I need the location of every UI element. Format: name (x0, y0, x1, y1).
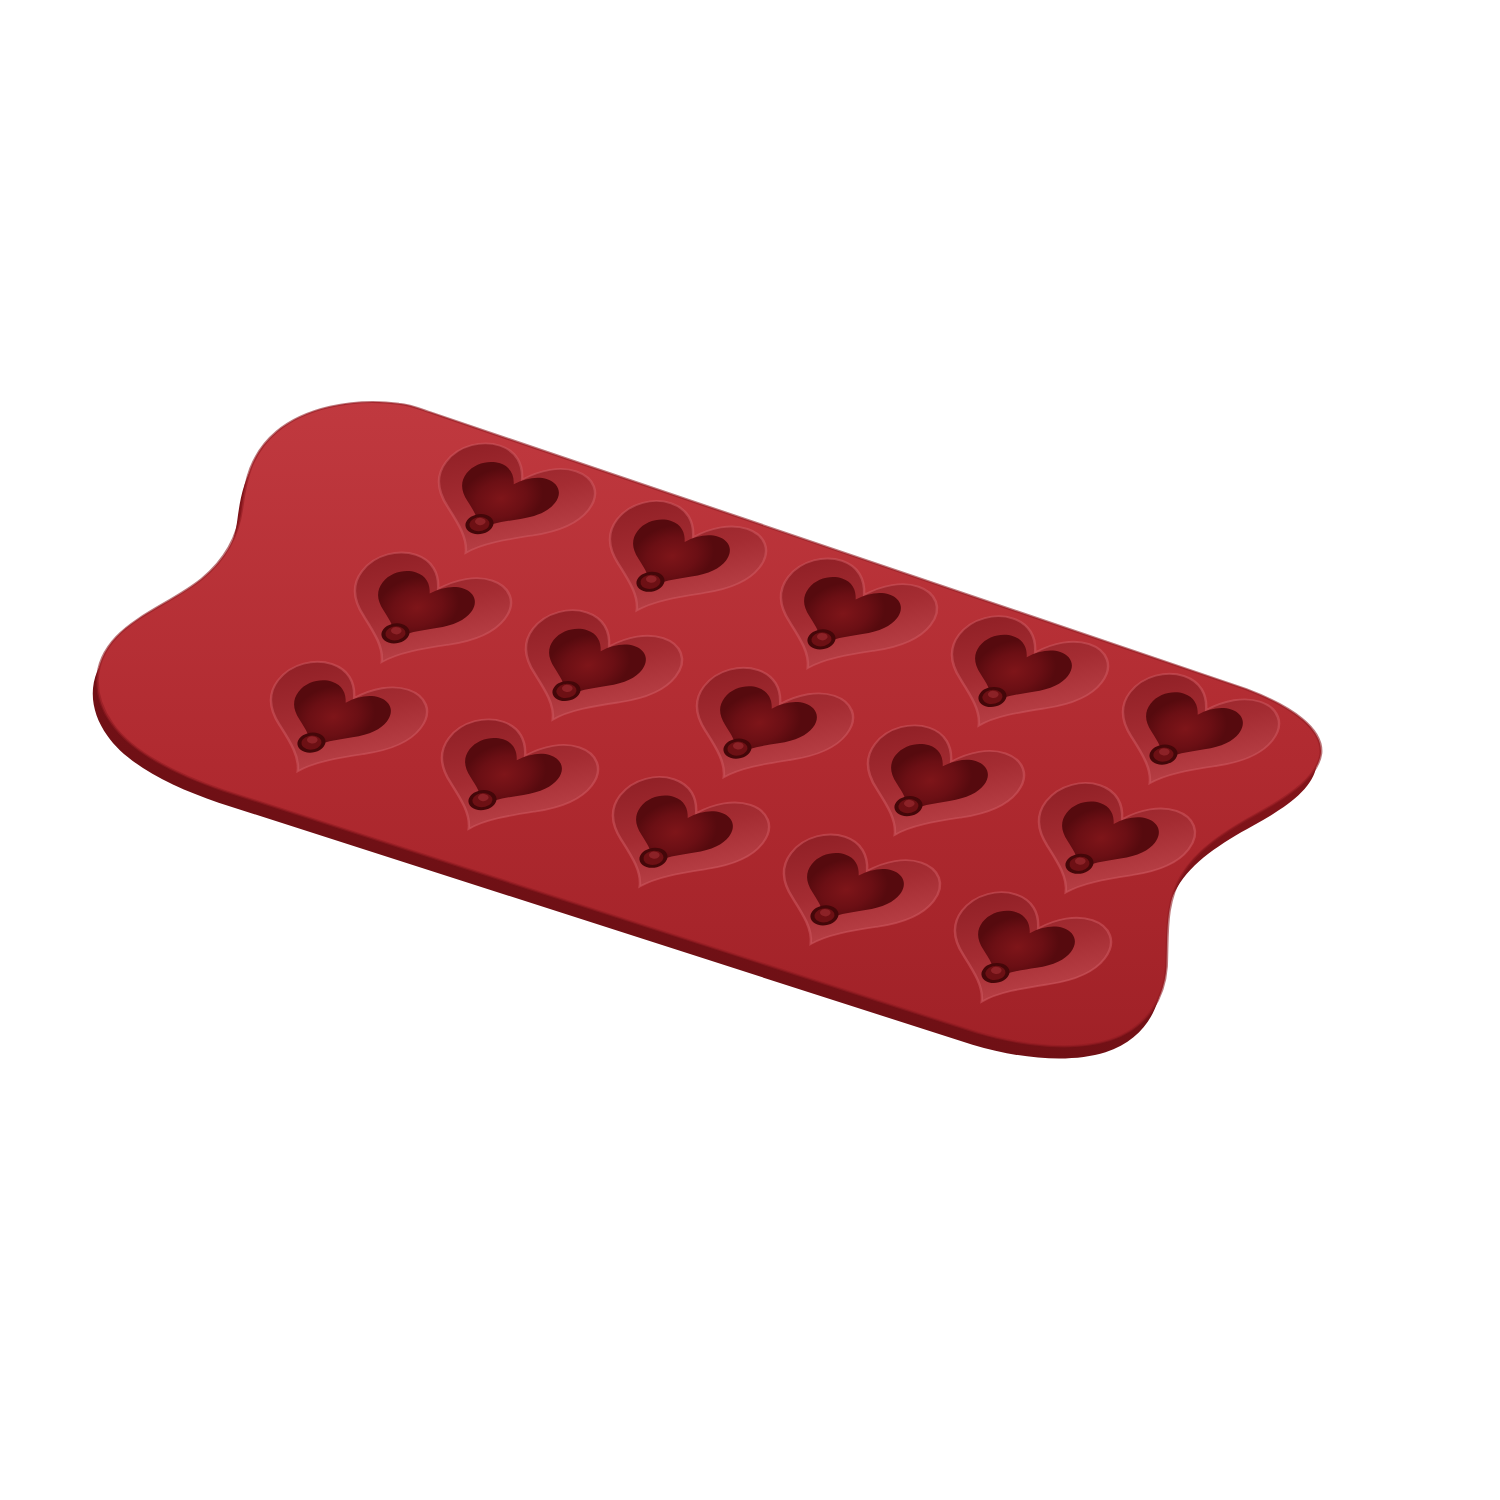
product-photo (0, 0, 1500, 1500)
tray-graphic (7, 355, 1426, 1110)
mold-tray (7, 355, 1426, 1110)
